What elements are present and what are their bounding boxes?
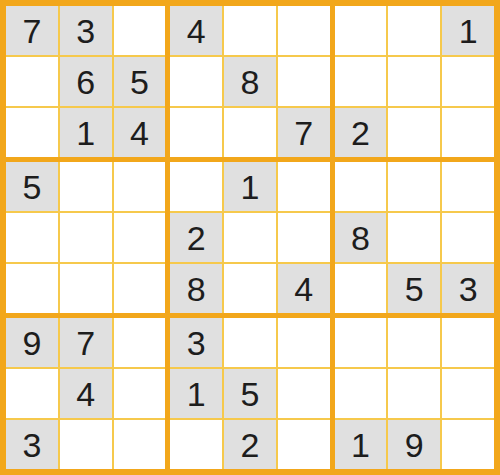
cell-r4c8[interactable]	[388, 162, 440, 211]
cell-r7c4: 3	[170, 318, 222, 367]
cell-r4c7[interactable]	[335, 162, 387, 211]
cell-r6c3[interactable]	[114, 264, 166, 313]
cell-r4c2[interactable]	[60, 162, 112, 211]
cell-r9c7: 1	[335, 420, 387, 469]
cell-r4c4[interactable]	[170, 162, 222, 211]
cell-r7c3[interactable]	[114, 318, 166, 367]
box-r3c2: 3152	[170, 318, 329, 469]
cell-r6c1[interactable]	[6, 264, 58, 313]
cell-r2c6[interactable]	[278, 57, 330, 106]
cell-r9c6[interactable]	[278, 420, 330, 469]
cell-r4c9[interactable]	[442, 162, 494, 211]
cell-r1c1: 7	[6, 6, 58, 55]
cell-r3c6: 7	[278, 108, 330, 157]
cell-r5c1[interactable]	[6, 213, 58, 262]
cell-r5c5[interactable]	[224, 213, 276, 262]
box-r1c3: 12	[335, 6, 494, 157]
cell-r1c6[interactable]	[278, 6, 330, 55]
cell-r1c2: 3	[60, 6, 112, 55]
cell-r3c3: 4	[114, 108, 166, 157]
cell-r5c9[interactable]	[442, 213, 494, 262]
cell-r7c9[interactable]	[442, 318, 494, 367]
cell-r3c8[interactable]	[388, 108, 440, 157]
box-r1c1: 736514	[6, 6, 165, 157]
cell-r3c4[interactable]	[170, 108, 222, 157]
cell-r9c4[interactable]	[170, 420, 222, 469]
cell-r8c3[interactable]	[114, 369, 166, 418]
cell-r2c4[interactable]	[170, 57, 222, 106]
cell-r2c9[interactable]	[442, 57, 494, 106]
cell-r5c3[interactable]	[114, 213, 166, 262]
cell-r2c7[interactable]	[335, 57, 387, 106]
box-r2c2: 1284	[170, 162, 329, 313]
box-r1c2: 487	[170, 6, 329, 157]
cell-r6c6: 4	[278, 264, 330, 313]
cell-r3c9[interactable]	[442, 108, 494, 157]
box-r3c1: 9743	[6, 318, 165, 469]
cell-r5c8[interactable]	[388, 213, 440, 262]
box-r2c1: 5	[6, 162, 165, 313]
cell-r6c8: 5	[388, 264, 440, 313]
cell-r9c1: 3	[6, 420, 58, 469]
cell-r7c2: 7	[60, 318, 112, 367]
cell-r5c2[interactable]	[60, 213, 112, 262]
cell-r6c7[interactable]	[335, 264, 387, 313]
cell-r3c2: 1	[60, 108, 112, 157]
cell-r4c5: 1	[224, 162, 276, 211]
cell-r6c4: 8	[170, 264, 222, 313]
cell-r5c6[interactable]	[278, 213, 330, 262]
cell-r1c5[interactable]	[224, 6, 276, 55]
cell-r8c6[interactable]	[278, 369, 330, 418]
cell-r2c1[interactable]	[6, 57, 58, 106]
cell-r3c1[interactable]	[6, 108, 58, 157]
cell-r9c8: 9	[388, 420, 440, 469]
cell-r8c7[interactable]	[335, 369, 387, 418]
cell-r8c8[interactable]	[388, 369, 440, 418]
cell-r1c8[interactable]	[388, 6, 440, 55]
cell-r9c5: 2	[224, 420, 276, 469]
cell-r7c6[interactable]	[278, 318, 330, 367]
cell-r5c4: 2	[170, 213, 222, 262]
cell-r8c2: 4	[60, 369, 112, 418]
cell-r7c7[interactable]	[335, 318, 387, 367]
cell-r6c2[interactable]	[60, 264, 112, 313]
cell-r2c3: 5	[114, 57, 166, 106]
cell-r6c5[interactable]	[224, 264, 276, 313]
sudoku-board: 73651448712512848539743315219	[0, 0, 500, 475]
box-r2c3: 853	[335, 162, 494, 313]
cell-r7c8[interactable]	[388, 318, 440, 367]
cell-r7c1: 9	[6, 318, 58, 367]
box-r3c3: 19	[335, 318, 494, 469]
cell-r2c5: 8	[224, 57, 276, 106]
cell-r4c1: 5	[6, 162, 58, 211]
cell-r1c7[interactable]	[335, 6, 387, 55]
cell-r1c9: 1	[442, 6, 494, 55]
cell-r1c3[interactable]	[114, 6, 166, 55]
cell-r9c9[interactable]	[442, 420, 494, 469]
cell-r8c4: 1	[170, 369, 222, 418]
cell-r3c5[interactable]	[224, 108, 276, 157]
cell-r8c1[interactable]	[6, 369, 58, 418]
cell-r6c9: 3	[442, 264, 494, 313]
cell-r2c2: 6	[60, 57, 112, 106]
cell-r8c9[interactable]	[442, 369, 494, 418]
cell-r9c2[interactable]	[60, 420, 112, 469]
cell-r3c7: 2	[335, 108, 387, 157]
cell-r1c4: 4	[170, 6, 222, 55]
cell-r5c7: 8	[335, 213, 387, 262]
cell-r4c6[interactable]	[278, 162, 330, 211]
cell-r4c3[interactable]	[114, 162, 166, 211]
cell-r9c3[interactable]	[114, 420, 166, 469]
cell-r7c5[interactable]	[224, 318, 276, 367]
cell-r8c5: 5	[224, 369, 276, 418]
cell-r2c8[interactable]	[388, 57, 440, 106]
